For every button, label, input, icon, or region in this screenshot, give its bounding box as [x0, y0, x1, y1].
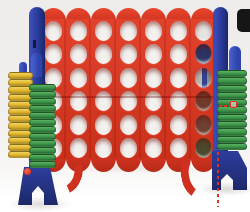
board-cell: [116, 113, 141, 137]
empty-hole: [120, 44, 137, 64]
board-cell: [116, 137, 141, 161]
board-cell: [116, 43, 141, 67]
empty-hole: [195, 91, 212, 111]
empty-hole: [145, 115, 162, 135]
board-cell: [66, 90, 91, 114]
green-disc: [217, 136, 247, 143]
board-middle-seam: [41, 96, 216, 98]
empty-hole: [95, 44, 112, 64]
empty-hole: [120, 91, 137, 111]
empty-hole: [195, 68, 212, 88]
board-scallop: [91, 158, 116, 172]
empty-hole: [145, 68, 162, 88]
watermark-chip: [237, 9, 250, 32]
green-disc-stack-right: [217, 70, 247, 150]
green-disc: [29, 161, 56, 168]
left-post-slot: [33, 40, 36, 48]
board-hole-grid: [41, 19, 216, 160]
board-cell: [91, 66, 116, 90]
green-disc: [29, 98, 56, 105]
green-disc: [217, 128, 247, 135]
board-cell: [116, 19, 141, 43]
board-cell: [66, 19, 91, 43]
empty-hole: [70, 21, 87, 41]
empty-hole: [120, 115, 137, 135]
board-scallop: [141, 158, 166, 172]
board-cell: [141, 113, 166, 137]
empty-hole: [45, 21, 62, 41]
board-cell: [166, 90, 191, 114]
green-disc: [217, 77, 247, 84]
empty-hole: [45, 44, 62, 64]
empty-hole: [195, 115, 212, 135]
connect-four-board: [41, 8, 216, 172]
board-cell: [91, 19, 116, 43]
empty-hole: [170, 21, 187, 41]
board-cell: [141, 66, 166, 90]
green-disc: [29, 91, 56, 98]
green-disc: [217, 143, 247, 150]
empty-hole: [70, 68, 87, 88]
board-cell: [141, 19, 166, 43]
board-cell: [141, 137, 166, 161]
empty-hole: [145, 91, 162, 111]
right-disc-rail-rod: [229, 46, 241, 73]
board-cell: [91, 43, 116, 67]
green-disc: [29, 154, 56, 161]
yellow-disc: [8, 72, 33, 79]
empty-hole: [95, 91, 112, 111]
board-body: [41, 19, 216, 160]
board-cell: [166, 113, 191, 137]
board-cell: [66, 43, 91, 67]
green-disc: [29, 140, 56, 147]
green-disc: [217, 70, 247, 77]
measure-marker-square: [230, 101, 237, 108]
empty-hole: [95, 115, 112, 135]
board-cell: [141, 43, 166, 67]
empty-hole: [70, 44, 87, 64]
green-disc: [29, 112, 56, 119]
empty-hole: [170, 115, 187, 135]
green-disc: [217, 121, 247, 128]
empty-hole: [70, 115, 87, 135]
brand-sticker: [24, 168, 31, 175]
empty-hole: [145, 44, 162, 64]
empty-hole: [170, 68, 187, 88]
board-cell: [66, 66, 91, 90]
green-disc: [29, 105, 56, 112]
green-disc: [217, 114, 247, 121]
empty-hole: [195, 44, 212, 64]
board-cell: [116, 90, 141, 114]
empty-hole: [120, 21, 137, 41]
board-cell: [91, 90, 116, 114]
board-cell: [116, 66, 141, 90]
board-cell: [91, 113, 116, 137]
green-disc: [29, 147, 56, 154]
empty-hole: [95, 138, 112, 158]
empty-hole: [120, 138, 137, 158]
board-cell: [166, 19, 191, 43]
empty-hole: [170, 44, 187, 64]
empty-hole: [95, 21, 112, 41]
green-disc: [217, 92, 247, 99]
product-photo-connect-four: [0, 0, 250, 212]
green-disc: [217, 85, 247, 92]
green-disc-stack-left: [29, 84, 56, 168]
board-cell: [91, 137, 116, 161]
empty-hole: [70, 91, 87, 111]
board-scallop: [116, 158, 141, 172]
floor-shadow-left: [8, 196, 72, 212]
board-cell: [66, 113, 91, 137]
empty-hole: [95, 68, 112, 88]
green-disc: [29, 126, 56, 133]
board-cell: [141, 90, 166, 114]
dimension-dashed-line: [217, 152, 219, 207]
green-disc: [29, 133, 56, 140]
board-cell: [166, 66, 191, 90]
green-disc: [29, 84, 56, 91]
empty-hole: [195, 21, 212, 41]
board-cell: [166, 43, 191, 67]
empty-hole: [120, 68, 137, 88]
empty-hole: [170, 91, 187, 111]
empty-hole: [170, 138, 187, 158]
green-disc: [29, 119, 56, 126]
empty-hole: [145, 21, 162, 41]
empty-hole: [145, 138, 162, 158]
